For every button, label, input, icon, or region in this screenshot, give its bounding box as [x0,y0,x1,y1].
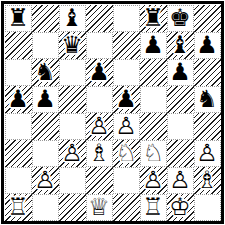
square-c6[interactable] [59,59,86,86]
white-queen: ♛♕ [86,194,113,221]
square-e6[interactable] [113,59,140,86]
white-knight: ♞♘ [113,140,140,167]
square-b3[interactable] [32,140,59,167]
square-e4[interactable]: ♟♙ [113,113,140,140]
square-g5[interactable] [167,86,194,113]
square-c7[interactable]: ♛ [59,32,86,59]
chess-board: ♜♝♜♚♛♟♝♟♞♟♟♟♟♟♞♟♙♟♙♟♙♝♗♞♘♞♘♟♙♟♙♟♙♟♙♝♗♜♖♛… [5,5,221,221]
white-pawn: ♟♙ [59,140,86,167]
square-h1[interactable] [194,194,221,221]
square-a7[interactable] [5,32,32,59]
square-c8[interactable]: ♝ [59,5,86,32]
square-d5[interactable] [86,86,113,113]
square-a4[interactable] [5,113,32,140]
square-b4[interactable] [32,113,59,140]
square-f7[interactable]: ♟ [140,32,167,59]
black-knight: ♞ [32,59,59,86]
square-e7[interactable] [113,32,140,59]
square-b6[interactable]: ♞ [32,59,59,86]
square-g6[interactable]: ♟ [167,59,194,86]
black-rook: ♜ [5,5,32,32]
white-pawn: ♟♙ [32,167,59,194]
square-d2[interactable] [86,167,113,194]
black-bishop: ♝ [167,32,194,59]
white-knight: ♞♘ [140,140,167,167]
square-d3[interactable]: ♝♗ [86,140,113,167]
square-d4[interactable]: ♟♙ [86,113,113,140]
square-b8[interactable] [32,5,59,32]
square-a5[interactable]: ♟ [5,86,32,113]
white-king: ♚♔ [167,194,194,221]
square-f4[interactable] [140,113,167,140]
square-f1[interactable]: ♜♖ [140,194,167,221]
square-c1[interactable] [59,194,86,221]
square-g2[interactable]: ♟♙ [167,167,194,194]
black-bishop: ♝ [59,5,86,32]
black-rook: ♜ [140,5,167,32]
square-b7[interactable] [32,32,59,59]
square-g4[interactable] [167,113,194,140]
square-d6[interactable]: ♟ [86,59,113,86]
square-d7[interactable] [86,32,113,59]
square-h3[interactable]: ♟♙ [194,140,221,167]
black-pawn: ♟ [140,32,167,59]
square-b1[interactable] [32,194,59,221]
square-e2[interactable] [113,167,140,194]
board-frame: ♜♝♜♚♛♟♝♟♞♟♟♟♟♟♞♟♙♟♙♟♙♝♗♞♘♞♘♟♙♟♙♟♙♟♙♝♗♜♖♛… [1,1,224,224]
black-queen: ♛ [59,32,86,59]
square-e8[interactable] [113,5,140,32]
square-g8[interactable]: ♚ [167,5,194,32]
square-c5[interactable] [59,86,86,113]
black-pawn: ♟ [167,59,194,86]
black-pawn: ♟ [32,86,59,113]
black-pawn: ♟ [86,59,113,86]
square-g7[interactable]: ♝ [167,32,194,59]
square-h7[interactable]: ♟ [194,32,221,59]
square-e3[interactable]: ♞♘ [113,140,140,167]
square-f5[interactable] [140,86,167,113]
square-f8[interactable]: ♜ [140,5,167,32]
square-a3[interactable] [5,140,32,167]
square-a6[interactable] [5,59,32,86]
square-d1[interactable]: ♛♕ [86,194,113,221]
square-h6[interactable] [194,59,221,86]
square-d8[interactable] [86,5,113,32]
square-f6[interactable] [140,59,167,86]
square-a8[interactable]: ♜ [5,5,32,32]
square-f3[interactable]: ♞♘ [140,140,167,167]
square-g1[interactable]: ♚♔ [167,194,194,221]
square-g3[interactable] [167,140,194,167]
white-bishop: ♝♗ [194,167,221,194]
square-e1[interactable] [113,194,140,221]
square-c4[interactable] [59,113,86,140]
square-h4[interactable] [194,113,221,140]
square-a2[interactable] [5,167,32,194]
black-king: ♚ [167,5,194,32]
square-b2[interactable]: ♟♙ [32,167,59,194]
black-pawn: ♟ [194,32,221,59]
white-rook: ♜♖ [140,194,167,221]
square-c2[interactable] [59,167,86,194]
white-pawn: ♟♙ [167,167,194,194]
black-knight: ♞ [194,86,221,113]
white-pawn: ♟♙ [140,167,167,194]
square-a1[interactable]: ♜♖ [5,194,32,221]
square-h8[interactable] [194,5,221,32]
white-pawn: ♟♙ [113,113,140,140]
square-c3[interactable]: ♟♙ [59,140,86,167]
square-h2[interactable]: ♝♗ [194,167,221,194]
square-h5[interactable]: ♞ [194,86,221,113]
white-bishop: ♝♗ [86,140,113,167]
white-rook: ♜♖ [5,194,32,221]
square-f2[interactable]: ♟♙ [140,167,167,194]
square-b5[interactable]: ♟ [32,86,59,113]
black-pawn: ♟ [5,86,32,113]
white-pawn: ♟♙ [86,113,113,140]
black-pawn: ♟ [113,86,140,113]
white-pawn: ♟♙ [194,140,221,167]
square-e5[interactable]: ♟ [113,86,140,113]
